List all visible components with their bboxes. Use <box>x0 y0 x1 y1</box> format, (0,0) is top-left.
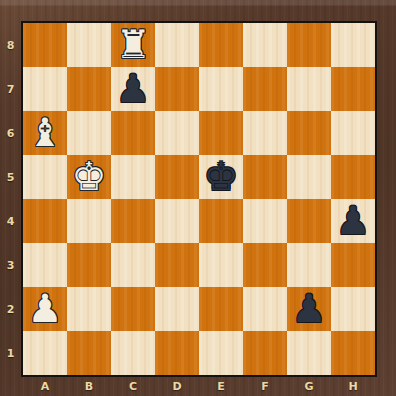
square-h3[interactable] <box>331 243 375 287</box>
square-h7[interactable] <box>331 67 375 111</box>
square-e7[interactable] <box>199 67 243 111</box>
square-d6[interactable] <box>155 111 199 155</box>
chess-board[interactable]: ♜♟♝♚♚♟♟♟ <box>23 23 375 375</box>
square-f1[interactable] <box>243 331 287 375</box>
square-g6[interactable] <box>287 111 331 155</box>
square-f5[interactable] <box>243 155 287 199</box>
rank-label-3: 3 <box>0 243 21 287</box>
square-a6[interactable]: ♝ <box>23 111 67 155</box>
square-b1[interactable] <box>67 331 111 375</box>
square-c1[interactable] <box>111 331 155 375</box>
square-h8[interactable] <box>331 23 375 67</box>
square-g8[interactable] <box>287 23 331 67</box>
square-c3[interactable] <box>111 243 155 287</box>
square-d3[interactable] <box>155 243 199 287</box>
file-label-b: B <box>67 377 111 396</box>
square-d2[interactable] <box>155 287 199 331</box>
board-frame: ♜♟♝♚♚♟♟♟ <box>21 21 377 377</box>
square-e2[interactable] <box>199 287 243 331</box>
rank-label-1: 1 <box>0 331 21 375</box>
rank-label-5: 5 <box>0 155 21 199</box>
square-f4[interactable] <box>243 199 287 243</box>
square-g2[interactable]: ♟ <box>287 287 331 331</box>
square-e6[interactable] <box>199 111 243 155</box>
rank-label-2: 2 <box>0 287 21 331</box>
square-d1[interactable] <box>155 331 199 375</box>
white-pawn[interactable]: ♟ <box>28 289 63 328</box>
black-pawn[interactable]: ♟ <box>336 201 371 240</box>
square-e3[interactable] <box>199 243 243 287</box>
rank-label-7: 7 <box>0 67 21 111</box>
square-a4[interactable] <box>23 199 67 243</box>
square-g3[interactable] <box>287 243 331 287</box>
square-g1[interactable] <box>287 331 331 375</box>
black-pawn[interactable]: ♟ <box>292 289 327 328</box>
square-b5[interactable]: ♚ <box>67 155 111 199</box>
rank-labels: 87654321 <box>0 23 21 375</box>
square-b3[interactable] <box>67 243 111 287</box>
rank-label-8: 8 <box>0 23 21 67</box>
square-b8[interactable] <box>67 23 111 67</box>
square-b2[interactable] <box>67 287 111 331</box>
square-c8[interactable]: ♜ <box>111 23 155 67</box>
white-bishop[interactable]: ♝ <box>28 113 63 152</box>
square-h5[interactable] <box>331 155 375 199</box>
square-b6[interactable] <box>67 111 111 155</box>
square-g5[interactable] <box>287 155 331 199</box>
square-a7[interactable] <box>23 67 67 111</box>
square-e8[interactable] <box>199 23 243 67</box>
square-f8[interactable] <box>243 23 287 67</box>
square-e4[interactable] <box>199 199 243 243</box>
square-h6[interactable] <box>331 111 375 155</box>
square-h4[interactable]: ♟ <box>331 199 375 243</box>
black-pawn[interactable]: ♟ <box>116 69 151 108</box>
square-c7[interactable]: ♟ <box>111 67 155 111</box>
square-b7[interactable] <box>67 67 111 111</box>
square-g4[interactable] <box>287 199 331 243</box>
square-a2[interactable]: ♟ <box>23 287 67 331</box>
white-king[interactable]: ♚ <box>72 157 107 196</box>
square-b4[interactable] <box>67 199 111 243</box>
chess-board-app: 87654321 ♜♟♝♚♚♟♟♟ ABCDEFGH <box>0 0 396 396</box>
square-d4[interactable] <box>155 199 199 243</box>
black-king[interactable]: ♚ <box>204 157 239 196</box>
square-h2[interactable] <box>331 287 375 331</box>
square-a3[interactable] <box>23 243 67 287</box>
file-label-d: D <box>155 377 199 396</box>
square-a8[interactable] <box>23 23 67 67</box>
file-label-f: F <box>243 377 287 396</box>
file-label-e: E <box>199 377 243 396</box>
square-d7[interactable] <box>155 67 199 111</box>
square-a5[interactable] <box>23 155 67 199</box>
white-rook[interactable]: ♜ <box>116 25 151 64</box>
file-labels: ABCDEFGH <box>23 377 375 396</box>
square-a1[interactable] <box>23 331 67 375</box>
square-f3[interactable] <box>243 243 287 287</box>
square-e5[interactable]: ♚ <box>199 155 243 199</box>
square-d8[interactable] <box>155 23 199 67</box>
file-label-a: A <box>23 377 67 396</box>
file-label-h: H <box>331 377 375 396</box>
file-label-g: G <box>287 377 331 396</box>
square-c4[interactable] <box>111 199 155 243</box>
square-c2[interactable] <box>111 287 155 331</box>
rank-label-6: 6 <box>0 111 21 155</box>
square-c5[interactable] <box>111 155 155 199</box>
rank-label-4: 4 <box>0 199 21 243</box>
square-e1[interactable] <box>199 331 243 375</box>
square-c6[interactable] <box>111 111 155 155</box>
square-f2[interactable] <box>243 287 287 331</box>
square-f7[interactable] <box>243 67 287 111</box>
file-label-c: C <box>111 377 155 396</box>
square-f6[interactable] <box>243 111 287 155</box>
square-g7[interactable] <box>287 67 331 111</box>
square-h1[interactable] <box>331 331 375 375</box>
square-d5[interactable] <box>155 155 199 199</box>
